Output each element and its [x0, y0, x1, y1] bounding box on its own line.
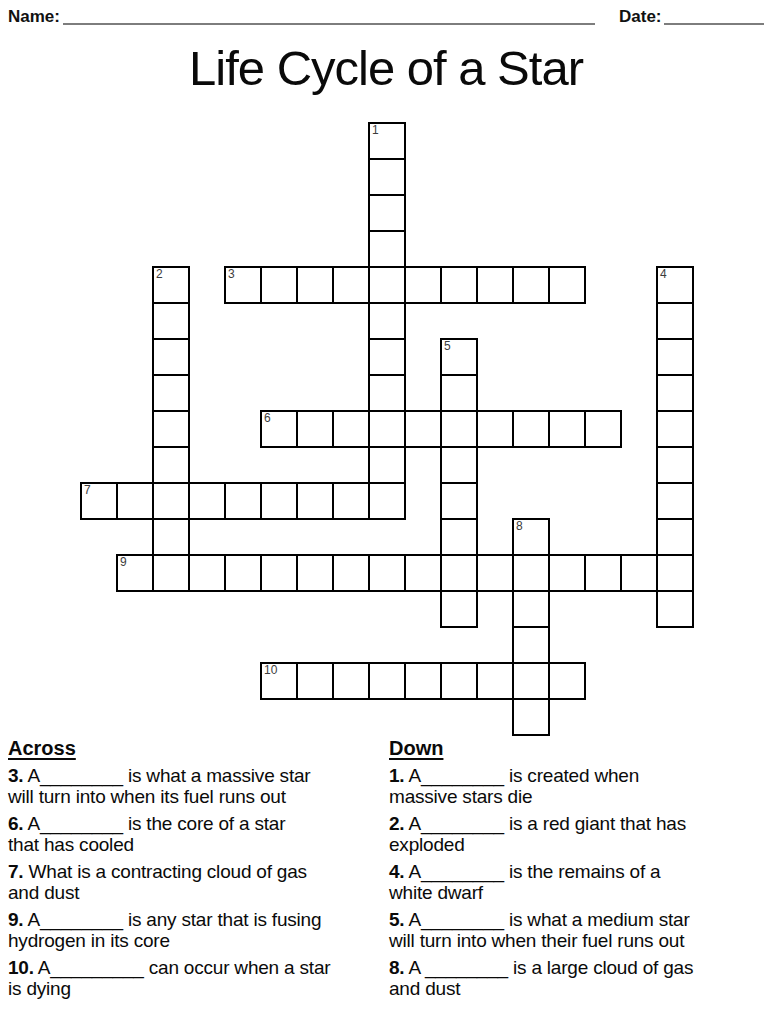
grid-cell[interactable]	[440, 590, 478, 628]
clue-text: A________ is the core of a starthat has …	[8, 813, 285, 855]
clue-number-label: 8	[516, 520, 523, 533]
grid-cell[interactable]	[584, 554, 622, 592]
grid-cell[interactable]	[512, 590, 550, 628]
grid-cell[interactable]	[440, 446, 478, 484]
grid-cell[interactable]	[656, 410, 694, 448]
clue-text: A________ is a red giant that hasexplode…	[389, 813, 686, 855]
grid-cell[interactable]	[404, 410, 442, 448]
clue-number: 1.	[389, 765, 404, 786]
grid-cell[interactable]: 4	[656, 266, 694, 304]
grid-cell[interactable]	[368, 410, 406, 448]
grid-cell[interactable]	[440, 482, 478, 520]
page-title: Life Cycle of a Star	[0, 40, 772, 96]
grid-cell[interactable]: 10	[260, 662, 298, 700]
grid-cell[interactable]	[440, 662, 478, 700]
grid-cell[interactable]: 2	[152, 266, 190, 304]
name-label: Name:	[8, 7, 60, 27]
grid-cell[interactable]	[440, 410, 478, 448]
grid-cell[interactable]	[620, 554, 658, 592]
grid-cell[interactable]	[296, 410, 334, 448]
grid-cell[interactable]	[296, 662, 334, 700]
clue-text: A________ is what a medium starwill turn…	[389, 909, 690, 951]
grid-cell[interactable]	[368, 266, 406, 304]
clue-text: A________ is the remains of awhite dwarf	[389, 861, 660, 903]
down-clues-list: 1. A________ is created whenmassive star…	[389, 765, 769, 999]
grid-cell[interactable]	[152, 554, 190, 592]
grid-cell[interactable]	[476, 554, 514, 592]
grid-cell[interactable]	[152, 338, 190, 376]
grid-cell[interactable]	[548, 662, 586, 700]
grid-cell[interactable]	[404, 554, 442, 592]
clue-number-label: 4	[660, 268, 667, 281]
date-label: Date:	[619, 7, 662, 27]
grid-cell[interactable]	[368, 482, 406, 520]
clue-item: 3. A________ is what a massive starwill …	[8, 765, 380, 807]
grid-cell[interactable]: 6	[260, 410, 298, 448]
date-blank-line[interactable]	[664, 8, 764, 25]
grid-cell[interactable]	[368, 662, 406, 700]
clue-text: A________ is created whenmassive stars d…	[389, 765, 639, 807]
grid-cell[interactable]	[368, 554, 406, 592]
across-clues-section: Across 3. A________ is what a massive st…	[8, 737, 380, 1005]
clue-number-label: 3	[228, 268, 235, 281]
grid-cell[interactable]	[224, 554, 262, 592]
clue-number-label: 2	[156, 268, 163, 281]
across-heading: Across	[8, 737, 380, 760]
clue-item: 4. A________ is the remains of awhite dw…	[389, 861, 769, 903]
grid-cell[interactable]	[512, 698, 550, 736]
clue-item: 10. A_________ can occur when a staris d…	[8, 957, 380, 999]
clue-text: A________ is what a massive starwill tur…	[8, 765, 310, 807]
grid-cell[interactable]	[368, 446, 406, 484]
grid-cell[interactable]	[512, 662, 550, 700]
clue-item: 5. A________ is what a medium starwill t…	[389, 909, 769, 951]
across-clues-list: 3. A________ is what a massive starwill …	[8, 765, 380, 999]
grid-cell[interactable]	[440, 554, 478, 592]
grid-cell[interactable]	[512, 626, 550, 664]
grid-cell[interactable]	[116, 482, 154, 520]
grid-cell[interactable]	[188, 554, 226, 592]
clue-text: A________ is any star that is fusinghydr…	[8, 909, 321, 951]
grid-cell[interactable]	[368, 302, 406, 340]
grid-cell[interactable]	[296, 482, 334, 520]
clue-item: 1. A________ is created whenmassive star…	[389, 765, 769, 807]
grid-cell[interactable]	[548, 554, 586, 592]
clue-item: 7. What is a contracting cloud of gasand…	[8, 861, 380, 903]
grid-cell[interactable]	[656, 590, 694, 628]
clue-number-label: 7	[84, 484, 91, 497]
clue-item: 2. A________ is a red giant that hasexpl…	[389, 813, 769, 855]
clue-item: 8. A ________ is a large cloud of gasand…	[389, 957, 769, 999]
clue-number: 6.	[8, 813, 23, 834]
clue-number: 10.	[8, 957, 34, 978]
clue-number-label: 5	[444, 340, 451, 353]
grid-cell[interactable]	[476, 266, 514, 304]
name-blank-line[interactable]	[63, 8, 595, 25]
grid-cell[interactable]	[656, 518, 694, 556]
grid-cell[interactable]	[440, 266, 478, 304]
grid-cell[interactable]	[476, 662, 514, 700]
grid-cell[interactable]	[152, 410, 190, 448]
grid-cell[interactable]	[152, 302, 190, 340]
grid-cell[interactable]	[548, 266, 586, 304]
grid-cell[interactable]	[440, 374, 478, 412]
clue-number: 2.	[389, 813, 404, 834]
clue-text: A ________ is a large cloud of gasand du…	[389, 957, 693, 999]
grid-cell[interactable]	[152, 518, 190, 556]
grid-cell[interactable]	[512, 554, 550, 592]
grid-cell[interactable]	[476, 410, 514, 448]
grid-cell[interactable]	[440, 518, 478, 556]
grid-cell[interactable]: 9	[116, 554, 154, 592]
grid-cell[interactable]: 8	[512, 518, 550, 556]
down-heading: Down	[389, 737, 769, 760]
clue-number: 7.	[8, 861, 23, 882]
grid-cell[interactable]	[368, 374, 406, 412]
grid-cell[interactable]	[656, 482, 694, 520]
grid-cell[interactable]	[368, 194, 406, 232]
grid-cell[interactable]	[368, 338, 406, 376]
grid-cell[interactable]	[224, 482, 262, 520]
crossword-grid: 12345678910	[80, 122, 694, 736]
grid-cell[interactable]	[656, 338, 694, 376]
grid-cell[interactable]	[152, 482, 190, 520]
grid-cell[interactable]	[548, 410, 586, 448]
grid-cell[interactable]	[152, 374, 190, 412]
grid-cell[interactable]	[656, 374, 694, 412]
grid-cell[interactable]	[332, 554, 370, 592]
grid-cell[interactable]	[512, 266, 550, 304]
clue-number: 4.	[389, 861, 404, 882]
grid-cell[interactable]	[584, 410, 622, 448]
grid-cell[interactable]	[152, 446, 190, 484]
clue-number: 3.	[8, 765, 23, 786]
grid-cell[interactable]	[368, 230, 406, 268]
grid-cell[interactable]	[332, 410, 370, 448]
grid-cell[interactable]	[296, 554, 334, 592]
grid-cell[interactable]	[332, 482, 370, 520]
grid-cell[interactable]	[404, 266, 442, 304]
grid-cell[interactable]	[404, 662, 442, 700]
grid-cell[interactable]	[368, 158, 406, 196]
clue-number: 9.	[8, 909, 23, 930]
grid-cell[interactable]	[332, 266, 370, 304]
grid-cell[interactable]	[656, 302, 694, 340]
worksheet-page: Name: Date: Life Cycle of a Star 1234567…	[0, 0, 772, 1024]
grid-cell[interactable]	[332, 662, 370, 700]
grid-cell[interactable]	[512, 410, 550, 448]
clue-number-label: 6	[264, 412, 271, 425]
grid-cell[interactable]: 5	[440, 338, 478, 376]
grid-cell[interactable]	[260, 482, 298, 520]
clue-text: What is a contracting cloud of gasand du…	[8, 861, 307, 903]
clue-item: 6. A________ is the core of a starthat h…	[8, 813, 380, 855]
grid-cell[interactable]	[188, 482, 226, 520]
grid-cell[interactable]	[656, 446, 694, 484]
grid-cell[interactable]: 7	[80, 482, 118, 520]
grid-cell[interactable]	[260, 554, 298, 592]
clue-number: 5.	[389, 909, 404, 930]
clue-text: A_________ can occur when a staris dying	[8, 957, 330, 999]
clue-item: 9. A________ is any star that is fusingh…	[8, 909, 380, 951]
down-clues-section: Down 1. A________ is created whenmassive…	[389, 737, 769, 1005]
clue-number-label: 9	[120, 556, 127, 569]
grid-cell[interactable]	[656, 554, 694, 592]
clue-number: 8.	[389, 957, 404, 978]
grid-cell[interactable]: 1	[368, 122, 406, 160]
grid-cell[interactable]	[260, 266, 298, 304]
clue-number-label: 10	[264, 664, 277, 677]
grid-cell[interactable]	[296, 266, 334, 304]
grid-cell[interactable]: 3	[224, 266, 262, 304]
clue-number-label: 1	[372, 124, 379, 137]
